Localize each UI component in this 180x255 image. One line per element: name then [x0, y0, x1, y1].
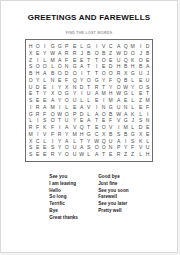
- grid-cell-r7c4[interactable]: I: [49, 84, 55, 90]
- grid-cell-r1c13[interactable]: A: [115, 44, 121, 50]
- grid-cell-r8c9[interactable]: U: [86, 91, 92, 97]
- grid-cell-r5c7[interactable]: O: [71, 71, 77, 77]
- grid-cell-r11c11[interactable]: O: [101, 111, 107, 117]
- grid-cell-r3c2[interactable]: I: [34, 57, 40, 63]
- grid-cell-r16c15[interactable]: F: [130, 145, 136, 151]
- grid-cell-r7c7[interactable]: N: [71, 84, 77, 90]
- grid-cell-r8c4[interactable]: X: [49, 91, 55, 97]
- grid-cell-r2c15[interactable]: O: [130, 50, 136, 56]
- puzzle-title: GREETINGS AND FAREWELLS: [1, 13, 177, 22]
- grid-cell-r2c4[interactable]: W: [49, 50, 55, 56]
- grid-cell-r4c3[interactable]: O: [42, 64, 48, 70]
- grid-cell-r4c7[interactable]: G: [71, 64, 77, 70]
- grid-cell-r3c10[interactable]: T: [93, 57, 99, 63]
- grid-cell-r16c13[interactable]: P: [115, 145, 121, 151]
- grid-cell-r16c7[interactable]: U: [71, 145, 77, 151]
- grid-cell-r15c15[interactable]: S: [130, 138, 136, 144]
- grid-cell-r13c7[interactable]: V: [71, 125, 77, 131]
- grid-cell-r1c6[interactable]: P: [64, 44, 70, 50]
- grid-cell-r9c7[interactable]: U: [71, 98, 77, 104]
- grid-cell-r13c8[interactable]: Q: [79, 125, 85, 131]
- grid-cell-r16c8[interactable]: A: [79, 145, 85, 151]
- grid-cell-r12c17[interactable]: N: [145, 118, 151, 124]
- grid-cell-r9c6[interactable]: O: [64, 98, 70, 104]
- grid-cell-r14c3[interactable]: V: [42, 131, 48, 137]
- grid-cell-r17c2[interactable]: E: [34, 152, 40, 158]
- grid-cell-r3c13[interactable]: U: [115, 57, 121, 63]
- grid-cell-r3c7[interactable]: E: [71, 57, 77, 63]
- grid-cell-r6c6[interactable]: F: [64, 77, 70, 83]
- grid-cell-r13c12[interactable]: V: [108, 125, 114, 131]
- grid-cell-r6c15[interactable]: L: [130, 77, 136, 83]
- grid-cell-r8c17[interactable]: T: [145, 91, 151, 97]
- grid-cell-r5c8[interactable]: I: [79, 71, 85, 77]
- grid-cell-r14c9[interactable]: G: [86, 131, 92, 137]
- grid-cell-r12c9[interactable]: A: [86, 118, 92, 124]
- grid-cell-r6c16[interactable]: E: [137, 77, 143, 83]
- grid-cell-r2c1[interactable]: X: [27, 50, 33, 56]
- grid-cell-r15c14[interactable]: I: [123, 138, 129, 144]
- grid-cell-r2c17[interactable]: B: [145, 50, 151, 56]
- grid-cell-r9c4[interactable]: A: [49, 98, 55, 104]
- grid-cell-r10c13[interactable]: U: [115, 104, 121, 110]
- grid-cell-r15c3[interactable]: L: [42, 138, 48, 144]
- grid-cell-r15c6[interactable]: A: [64, 138, 70, 144]
- grid-cell-r15c11[interactable]: Q: [101, 138, 107, 144]
- grid-cell-r1c9[interactable]: G: [86, 44, 92, 50]
- grid-cell-r12c15[interactable]: J: [130, 118, 136, 124]
- grid-cell-r5c5[interactable]: O: [57, 71, 63, 77]
- grid-cell-r2c14[interactable]: D: [123, 50, 129, 56]
- grid-cell-r3c1[interactable]: Z: [27, 57, 33, 63]
- grid-cell-r14c2[interactable]: I: [34, 131, 40, 137]
- grid-cell-r17c6[interactable]: O: [64, 152, 70, 158]
- grid-cell-r12c1[interactable]: L: [27, 118, 33, 124]
- grid-cell-r7c10[interactable]: R: [93, 84, 99, 90]
- word-list-item: I am leaving: [49, 180, 78, 187]
- grid-cell-r5c10[interactable]: T: [93, 71, 99, 77]
- grid-cell-r11c14[interactable]: A: [123, 111, 129, 117]
- grid-cell-r15c4[interactable]: I: [49, 138, 55, 144]
- grid-cell-r17c9[interactable]: L: [86, 152, 92, 158]
- letter-grid: HOIGGPELGIVCAQMIDXEYWARRJBOBZWDOJBZILMAF…: [27, 43, 151, 158]
- grid-cell-r6c7[interactable]: Q: [71, 77, 77, 83]
- grid-cell-r3c11[interactable]: O: [101, 57, 107, 63]
- grid-cell-r14c13[interactable]: S: [115, 131, 121, 137]
- grid-cell-r8c11[interactable]: M: [101, 91, 107, 97]
- grid-cell-r16c10[interactable]: O: [93, 145, 99, 151]
- grid-cell-r9c13[interactable]: A: [115, 98, 121, 104]
- grid-cell-r6c14[interactable]: B: [123, 77, 129, 83]
- grid-cell-r11c8[interactable]: D: [79, 111, 85, 117]
- grid-cell-r6c12[interactable]: F: [108, 77, 114, 83]
- grid-cell-r17c5[interactable]: Y: [57, 152, 63, 158]
- word-list-item: Farewell: [98, 193, 128, 200]
- grid-cell-r10c8[interactable]: A: [79, 104, 85, 110]
- grid-cell-r5c17[interactable]: J: [145, 71, 151, 77]
- grid-cell-r13c14[interactable]: M: [123, 125, 129, 131]
- grid-cell-r10c14[interactable]: N: [123, 104, 129, 110]
- grid-cell-r4c12[interactable]: D: [108, 64, 114, 70]
- grid-cell-r13c11[interactable]: O: [101, 125, 107, 131]
- grid-cell-r3c6[interactable]: F: [64, 57, 70, 63]
- grid-cell-r1c12[interactable]: C: [108, 44, 114, 50]
- grid-cell-r12c11[interactable]: E: [101, 118, 107, 124]
- grid-cell-r8c12[interactable]: H: [108, 91, 114, 97]
- grid-cell-r1c3[interactable]: I: [42, 44, 48, 50]
- grid-cell-r15c7[interactable]: L: [71, 138, 77, 144]
- grid-cell-r14c12[interactable]: B: [108, 131, 114, 137]
- grid-cell-r4c13[interactable]: H: [115, 64, 121, 70]
- grid-cell-r16c2[interactable]: E: [34, 145, 40, 151]
- grid-cell-r4c11[interactable]: E: [101, 64, 107, 70]
- grid-cell-r10c12[interactable]: G: [108, 104, 114, 110]
- grid-cell-r11c1[interactable]: G: [27, 111, 33, 117]
- grid-cell-r10c15[interactable]: L: [130, 104, 136, 110]
- grid-cell-r4c14[interactable]: B: [123, 64, 129, 70]
- grid-cell-r17c1[interactable]: S: [27, 152, 33, 158]
- word-list-item: See you: [49, 173, 78, 180]
- grid-cell-r16c16[interactable]: V: [137, 145, 143, 151]
- grid-cell-r3c8[interactable]: E: [79, 57, 85, 63]
- grid-cell-r11c2[interactable]: R: [34, 111, 40, 117]
- grid-cell-r13c10[interactable]: E: [93, 125, 99, 131]
- grid-cell-r9c3[interactable]: E: [42, 98, 48, 104]
- grid-cell-r17c11[interactable]: T: [101, 152, 107, 158]
- grid-cell-r9c8[interactable]: L: [79, 98, 85, 104]
- grid-cell-r4c5[interactable]: O: [57, 64, 63, 70]
- grid-cell-r8c3[interactable]: Y: [42, 91, 48, 97]
- grid-cell-r8c15[interactable]: L: [130, 91, 136, 97]
- grid-cell-r7c8[interactable]: D: [79, 84, 85, 90]
- grid-cell-r10c16[interactable]: E: [137, 104, 143, 110]
- grid-cell-r9c15[interactable]: L: [130, 98, 136, 104]
- grid-cell-r2c3[interactable]: Y: [42, 50, 48, 56]
- grid-cell-r14c10[interactable]: C: [93, 131, 99, 137]
- grid-cell-r10c3[interactable]: A: [42, 104, 48, 110]
- grid-cell-r15c9[interactable]: Y: [86, 138, 92, 144]
- grid-cell-r3c4[interactable]: M: [49, 57, 55, 63]
- grid-cell-r16c5[interactable]: Y: [57, 145, 63, 151]
- grid-cell-r5c14[interactable]: X: [123, 71, 129, 77]
- grid-cell-r9c17[interactable]: M: [145, 98, 151, 104]
- grid-cell-r9c2[interactable]: E: [34, 98, 40, 104]
- grid-cell-r17c15[interactable]: Z: [130, 152, 136, 158]
- grid-cell-r2c13[interactable]: W: [115, 50, 121, 56]
- grid-cell-r15c5[interactable]: Y: [57, 138, 63, 144]
- grid-cell-r13c5[interactable]: I: [57, 125, 63, 131]
- grid-cell-r1c7[interactable]: E: [71, 44, 77, 50]
- grid-cell-r3c12[interactable]: E: [108, 57, 114, 63]
- grid-cell-r13c4[interactable]: F: [49, 125, 55, 131]
- grid-cell-r3c15[interactable]: K: [130, 57, 136, 63]
- grid-cell-r4c1[interactable]: S: [27, 64, 33, 70]
- grid-cell-r2c7[interactable]: R: [71, 50, 77, 56]
- grid-cell-r11c9[interactable]: L: [86, 111, 92, 117]
- grid-cell-r7c11[interactable]: T: [101, 84, 107, 90]
- grid-cell-r7c6[interactable]: X: [64, 84, 70, 90]
- grid-cell-r14c8[interactable]: H: [79, 131, 85, 137]
- grid-cell-r1c17[interactable]: D: [145, 44, 151, 50]
- grid-cell-r1c10[interactable]: I: [93, 44, 99, 50]
- grid-cell-r10c11[interactable]: N: [101, 104, 107, 110]
- grid-cell-r16c3[interactable]: E: [42, 145, 48, 151]
- grid-cell-r1c15[interactable]: M: [130, 44, 136, 50]
- grid-cell-r3c16[interactable]: O: [137, 57, 143, 63]
- grid-cell-r16c1[interactable]: S: [27, 145, 33, 151]
- word-list-item: Bye: [49, 207, 78, 214]
- grid-cell-r12c5[interactable]: T: [57, 118, 63, 124]
- grid-cell-r7c14[interactable]: W: [123, 84, 129, 90]
- grid-cell-r9c5[interactable]: Y: [57, 98, 63, 104]
- grid-cell-r6c1[interactable]: O: [27, 77, 33, 83]
- grid-cell-r17c12[interactable]: E: [108, 152, 114, 158]
- grid-cell-r9c9[interactable]: L: [86, 98, 92, 104]
- grid-cell-r7c3[interactable]: E: [42, 84, 48, 90]
- grid-cell-r1c14[interactable]: Q: [123, 44, 129, 50]
- grid-cell-r6c4[interactable]: N: [49, 77, 55, 83]
- grid-cell-r13c15[interactable]: L: [130, 125, 136, 131]
- grid-cell-r7c2[interactable]: D: [34, 84, 40, 90]
- grid-cell-r5c15[interactable]: G: [130, 71, 136, 77]
- grid-cell-r9c16[interactable]: Z: [137, 98, 143, 104]
- grid-cell-r16c6[interactable]: O: [64, 145, 70, 151]
- grid-cell-r6c9[interactable]: O: [86, 77, 92, 83]
- grid-cell-r8c7[interactable]: Y: [71, 91, 77, 97]
- grid-cell-r7c16[interactable]: O: [137, 84, 143, 90]
- grid-cell-r3c17[interactable]: E: [145, 57, 151, 63]
- grid-cell-r12c16[interactable]: S: [137, 118, 143, 124]
- grid-cell-r11c5[interactable]: W: [57, 111, 63, 117]
- grid-cell-r17c17[interactable]: H: [145, 152, 151, 158]
- grid-cell-r7c1[interactable]: U: [27, 84, 33, 90]
- grid-cell-r8c5[interactable]: O: [57, 91, 63, 97]
- grid-cell-r5c9[interactable]: T: [86, 71, 92, 77]
- grid-cell-r12c8[interactable]: E: [79, 118, 85, 124]
- grid-cell-r8c16[interactable]: E: [137, 91, 143, 97]
- grid-cell-r17c14[interactable]: Z: [123, 152, 129, 158]
- grid-cell-r12c10[interactable]: T: [93, 118, 99, 124]
- grid-cell-r11c10[interactable]: A: [93, 111, 99, 117]
- grid-cell-r5c3[interactable]: A: [42, 71, 48, 77]
- grid-cell-r5c12[interactable]: O: [108, 71, 114, 77]
- grid-cell-r9c10[interactable]: E: [93, 98, 99, 104]
- grid-cell-r13c9[interactable]: T: [86, 125, 92, 131]
- grid-cell-r4c16[interactable]: B: [137, 64, 143, 70]
- grid-cell-r14c6[interactable]: Y: [64, 131, 70, 137]
- grid-cell-r3c5[interactable]: A: [57, 57, 63, 63]
- grid-cell-r15c8[interactable]: T: [79, 138, 85, 144]
- grid-cell-r5c2[interactable]: H: [34, 71, 40, 77]
- grid-cell-r12c12[interactable]: F: [108, 118, 114, 124]
- grid-cell-r6c11[interactable]: Y: [101, 77, 107, 83]
- word-list-right-column: Good byeJust fineSee you soonFarewellSee…: [98, 173, 128, 221]
- grid-cell-r1c5[interactable]: G: [57, 44, 63, 50]
- grid-cell-r12c6[interactable]: U: [64, 118, 70, 124]
- grid-cell-r6c13[interactable]: Q: [115, 77, 121, 83]
- grid-cell-r10c7[interactable]: E: [71, 104, 77, 110]
- grid-cell-r2c11[interactable]: B: [101, 50, 107, 56]
- grid-cell-r1c2[interactable]: O: [34, 44, 40, 50]
- grid-cell-r12c14[interactable]: G: [123, 118, 129, 124]
- grid-cell-r8c8[interactable]: I: [79, 91, 85, 97]
- grid-cell-r1c16[interactable]: I: [137, 44, 143, 50]
- grid-cell-r11c17[interactable]: I: [145, 111, 151, 117]
- grid-cell-r5c4[interactable]: B: [49, 71, 55, 77]
- grid-cell-r17c4[interactable]: R: [49, 152, 55, 158]
- grid-cell-r1c8[interactable]: L: [79, 44, 85, 50]
- grid-cell-r7c12[interactable]: Y: [108, 84, 114, 90]
- grid-cell-r17c10[interactable]: A: [93, 152, 99, 158]
- grid-cell-r8c13[interactable]: W: [115, 91, 121, 97]
- grid-cell-r8c1[interactable]: E: [27, 91, 33, 97]
- grid-cell-r6c10[interactable]: G: [93, 77, 99, 83]
- grid-cell-r6c3[interactable]: L: [42, 77, 48, 83]
- grid-cell-r11c12[interactable]: B: [108, 111, 114, 117]
- grid-cell-r14c16[interactable]: X: [137, 131, 143, 137]
- grid-cell-r10c1[interactable]: I: [27, 104, 33, 110]
- grid-cell-r4c17[interactable]: A: [145, 64, 151, 70]
- grid-cell-r2c9[interactable]: B: [86, 50, 92, 56]
- grid-cell-r12c2[interactable]: I: [34, 118, 40, 124]
- grid-cell-r10c5[interactable]: I: [57, 104, 63, 110]
- grid-cell-r4c4[interactable]: L: [49, 64, 55, 70]
- grid-cell-r17c8[interactable]: W: [79, 152, 85, 158]
- grid-cell-r14c5[interactable]: R: [57, 131, 63, 137]
- grid-cell-r12c13[interactable]: V: [115, 118, 121, 124]
- grid-cell-r13c13[interactable]: I: [115, 125, 121, 131]
- grid-cell-r1c4[interactable]: G: [49, 44, 55, 50]
- grid-cell-r17c13[interactable]: R: [115, 152, 121, 158]
- grid-cell-r2c5[interactable]: A: [57, 50, 63, 56]
- grid-cell-r15c17[interactable]: L: [145, 138, 151, 144]
- grid-cell-r4c2[interactable]: O: [34, 64, 40, 70]
- grid-cell-r12c7[interactable]: Y: [71, 118, 77, 124]
- grid-cell-r10c10[interactable]: I: [93, 104, 99, 110]
- grid-cell-r15c16[interactable]: K: [137, 138, 143, 144]
- grid-cell-r12c3[interactable]: S: [42, 118, 48, 124]
- grid-cell-r13c17[interactable]: E: [145, 125, 151, 131]
- grid-cell-r8c6[interactable]: G: [64, 91, 70, 97]
- grid-cell-r4c6[interactable]: N: [64, 64, 70, 70]
- grid-cell-r4c9[interactable]: T: [86, 64, 92, 70]
- grid-cell-r14c17[interactable]: E: [145, 131, 151, 137]
- grid-cell-r13c16[interactable]: D: [137, 125, 143, 131]
- grid-cell-r11c3[interactable]: F: [42, 111, 48, 117]
- grid-cell-r14c11[interactable]: X: [101, 131, 107, 137]
- grid-cell-r14c1[interactable]: M: [27, 131, 33, 137]
- grid-cell-r16c4[interactable]: S: [49, 145, 55, 151]
- grid-cell-r9c12[interactable]: M: [108, 98, 114, 104]
- grid-cell-r10c9[interactable]: V: [86, 104, 92, 110]
- grid-cell-r13c6[interactable]: A: [64, 125, 70, 131]
- grid-cell-r6c2[interactable]: Y: [34, 77, 40, 83]
- grid-cell-r11c4[interactable]: O: [49, 111, 55, 117]
- grid-cell-r2c8[interactable]: J: [79, 50, 85, 56]
- grid-cell-r11c13[interactable]: W: [115, 111, 121, 117]
- grid-cell-r6c5[interactable]: E: [57, 77, 63, 83]
- grid-cell-r4c15[interactable]: H: [130, 64, 136, 70]
- grid-cell-r16c17[interactable]: U: [145, 145, 151, 151]
- grid-cell-r7c9[interactable]: T: [86, 84, 92, 90]
- grid-cell-r15c2[interactable]: C: [34, 138, 40, 144]
- grid-cell-r7c17[interactable]: S: [145, 84, 151, 90]
- grid-cell-r17c3[interactable]: E: [42, 152, 48, 158]
- grid-cell-r1c1[interactable]: H: [27, 44, 33, 50]
- grid-cell-r10c17[interactable]: F: [145, 104, 151, 110]
- grid-cell-r5c6[interactable]: D: [64, 71, 70, 77]
- grid-cell-r16c12[interactable]: N: [108, 145, 114, 151]
- grid-cell-r12c4[interactable]: O: [49, 118, 55, 124]
- grid-cell-r10c6[interactable]: L: [64, 104, 70, 110]
- grid-cell-r10c4[interactable]: M: [49, 104, 55, 110]
- grid-cell-r13c2[interactable]: F: [34, 125, 40, 131]
- grid-cell-r11c6[interactable]: O: [64, 111, 70, 117]
- grid-cell-r5c1[interactable]: B: [27, 71, 33, 77]
- word-list-item: Great thanks: [49, 214, 78, 221]
- grid-cell-r11c7[interactable]: P: [71, 111, 77, 117]
- grid-cell-r8c10[interactable]: A: [93, 91, 99, 97]
- grid-cell-r15c12[interactable]: U: [108, 138, 114, 144]
- word-list-item: Good bye: [98, 173, 128, 180]
- grid-cell-r9c1[interactable]: S: [27, 98, 33, 104]
- grid-cell-r2c6[interactable]: R: [64, 50, 70, 56]
- grid-cell-r4c8[interactable]: A: [79, 64, 85, 70]
- grid-cell-r16c9[interactable]: S: [86, 145, 92, 151]
- grid-cell-r4c10[interactable]: I: [93, 64, 99, 70]
- grid-cell-r5c11[interactable]: O: [101, 71, 107, 77]
- grid-cell-r7c15[interactable]: Y: [130, 84, 136, 90]
- grid-cell-r3c9[interactable]: T: [86, 57, 92, 63]
- grid-cell-r2c2[interactable]: E: [34, 50, 40, 56]
- grid-cell-r7c13[interactable]: O: [115, 84, 121, 90]
- grid-cell-r2c16[interactable]: J: [137, 50, 143, 56]
- word-list-left-column: See youI am leavingHelloSo longTerrificB…: [49, 173, 78, 221]
- grid-cell-r16c11[interactable]: O: [101, 145, 107, 151]
- grid-cell-r3c14[interactable]: Q: [123, 57, 129, 63]
- worksheet-page: GREETINGS AND FAREWELLS FIND THE LOST WO…: [0, 0, 178, 253]
- grid-cell-r17c7[interactable]: U: [71, 152, 77, 158]
- grid-cell-r16c14[interactable]: Y: [123, 145, 129, 151]
- grid-cell-r14c15[interactable]: G: [130, 131, 136, 137]
- grid-cell-r15c1[interactable]: X: [27, 138, 33, 144]
- grid-cell-r11c16[interactable]: L: [137, 111, 143, 117]
- grid-cell-r2c12[interactable]: Z: [108, 50, 114, 56]
- grid-cell-r14c14[interactable]: B: [123, 131, 129, 137]
- grid-cell-r14c4[interactable]: F: [49, 131, 55, 137]
- grid-cell-r5c16[interactable]: U: [137, 71, 143, 77]
- grid-cell-r15c13[interactable]: A: [115, 138, 121, 144]
- grid-cell-r2c10[interactable]: O: [93, 50, 99, 56]
- grid-cell-r14c7[interactable]: M: [71, 131, 77, 137]
- grid-cell-r8c2[interactable]: T: [34, 91, 40, 97]
- grid-cell-r15c10[interactable]: W: [93, 138, 99, 144]
- grid-cell-r9c11[interactable]: I: [101, 98, 107, 104]
- grid-cell-r8c14[interactable]: G: [123, 91, 129, 97]
- grid-cell-r5c13[interactable]: R: [115, 71, 121, 77]
- grid-cell-r1c11[interactable]: V: [101, 44, 107, 50]
- grid-cell-r3c3[interactable]: L: [42, 57, 48, 63]
- grid-cell-r10c2[interactable]: R: [34, 104, 40, 110]
- grid-cell-r6c8[interactable]: Y: [79, 77, 85, 83]
- grid-cell-r6c17[interactable]: U: [145, 77, 151, 83]
- grid-cell-r13c3[interactable]: K: [42, 125, 48, 131]
- grid-cell-r13c1[interactable]: R: [27, 125, 33, 131]
- grid-cell-r17c16[interactable]: L: [137, 152, 143, 158]
- grid-cell-r7c5[interactable]: Y: [57, 84, 63, 90]
- grid-cell-r9c14[interactable]: E: [123, 98, 129, 104]
- grid-cell-r11c15[interactable]: K: [130, 111, 136, 117]
